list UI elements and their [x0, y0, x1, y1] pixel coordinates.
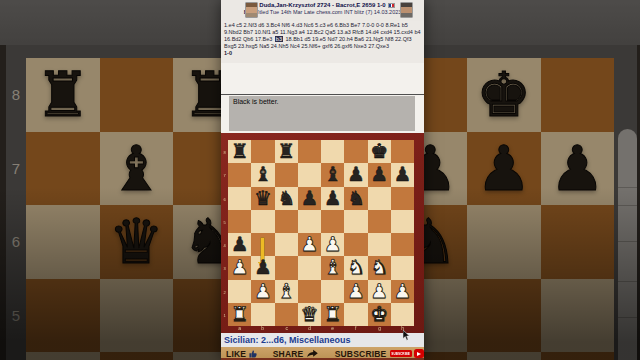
subscribe-button[interactable]: SUBSCRIBE — [390, 350, 412, 358]
square-d3[interactable] — [298, 256, 321, 279]
square-d6[interactable]: ♟ — [298, 187, 321, 210]
square-f8[interactable] — [344, 140, 367, 163]
square-b7[interactable]: ♝ — [251, 163, 274, 186]
square-e3[interactable]: ♝ — [321, 256, 344, 279]
evaluation-text: Black is better. — [229, 96, 415, 131]
chess-diagram-frame: ♜♜♚♝♝♟♟♟♛♞♟♟♞♟♟♟♟♟♝♞♞♟♝♟♟♟♜♛♜♚ 87654321 … — [221, 133, 424, 333]
file-label-a: a — [233, 326, 246, 332]
square-b5[interactable] — [251, 210, 274, 233]
square-h4[interactable] — [391, 233, 414, 256]
black-king: ♚ — [370, 140, 388, 163]
white-player-photo — [245, 2, 258, 18]
game-header: Duda,Jan-Krzysztof 2724 - Bacrot,E 2659 … — [221, 0, 424, 21]
white-bishop: ♝ — [277, 280, 295, 303]
square-a2[interactable] — [228, 280, 251, 303]
square-b3[interactable]: ♟ — [251, 256, 274, 279]
square-f6[interactable]: ♞ — [344, 187, 367, 210]
square-e4[interactable]: ♟ — [321, 233, 344, 256]
black-pawn: ♟ — [300, 187, 318, 210]
square-d2[interactable] — [298, 280, 321, 303]
white-knight: ♞ — [347, 256, 365, 279]
square-a7[interactable] — [228, 163, 251, 186]
black-pawn: ♟ — [370, 163, 388, 186]
square-a4[interactable]: ♟ — [228, 233, 251, 256]
square-g4[interactable] — [368, 233, 391, 256]
black-pawn: ♟ — [324, 187, 342, 210]
square-c2[interactable]: ♝ — [275, 280, 298, 303]
square-c8[interactable]: ♜ — [275, 140, 298, 163]
square-g3[interactable]: ♞ — [368, 256, 391, 279]
square-h7[interactable]: ♟ — [391, 163, 414, 186]
square-c3[interactable] — [275, 256, 298, 279]
rank-label-8: 8 — [223, 150, 227, 155]
square-e5[interactable] — [321, 210, 344, 233]
rank-label-6: 6 — [223, 197, 227, 202]
square-g8[interactable]: ♚ — [368, 140, 391, 163]
rank-label-1: 1 — [223, 313, 227, 318]
square-c7[interactable] — [275, 163, 298, 186]
chess-board[interactable]: ♜♜♚♝♝♟♟♟♛♞♟♟♞♟♟♟♟♟♝♞♞♟♝♟♟♟♜♛♜♚ — [228, 140, 414, 326]
square-a5[interactable] — [228, 210, 251, 233]
square-d8[interactable] — [298, 140, 321, 163]
notation-empty-area — [221, 63, 424, 94]
square-f1[interactable] — [344, 303, 367, 326]
file-label-c: c — [280, 326, 293, 332]
square-c5[interactable] — [275, 210, 298, 233]
square-g2[interactable]: ♟ — [368, 280, 391, 303]
evaluation-section: Black is better. — [221, 94, 424, 133]
white-pawn: ♟ — [254, 280, 272, 303]
rank-label-5: 5 — [223, 220, 227, 225]
mouse-cursor — [403, 330, 411, 341]
square-a1[interactable]: ♜ — [228, 303, 251, 326]
file-label-g: g — [373, 326, 386, 332]
notation-moves[interactable]: 1.e4 c5 2.Nf3 d6 3.Bc4 Nf6 4.d3 Nc6 5.c3… — [221, 21, 424, 63]
square-h3[interactable] — [391, 256, 414, 279]
rank-label-7: 7 — [223, 174, 227, 179]
square-g1[interactable]: ♚ — [368, 303, 391, 326]
square-g7[interactable]: ♟ — [368, 163, 391, 186]
square-d4[interactable]: ♟ — [298, 233, 321, 256]
black-rook: ♜ — [231, 140, 249, 163]
square-f5[interactable] — [344, 210, 367, 233]
square-g5[interactable] — [368, 210, 391, 233]
black-pawn: ♟ — [254, 256, 272, 279]
square-h1[interactable] — [391, 303, 414, 326]
square-f4[interactable] — [344, 233, 367, 256]
file-label-e: e — [326, 326, 339, 332]
black-knight: ♞ — [277, 187, 295, 210]
black-player-photo — [400, 2, 413, 18]
black-pawn: ♟ — [347, 163, 365, 186]
game-result: 1-0 — [224, 50, 422, 57]
rank-label-3: 3 — [223, 267, 227, 272]
square-h8[interactable] — [391, 140, 414, 163]
white-pawn: ♟ — [300, 233, 318, 256]
file-label-d: d — [303, 326, 316, 332]
square-a3[interactable]: ♟ — [228, 256, 251, 279]
square-c1[interactable] — [275, 303, 298, 326]
square-c4[interactable] — [275, 233, 298, 256]
square-a6[interactable] — [228, 187, 251, 210]
square-b2[interactable]: ♟ — [251, 280, 274, 303]
square-h5[interactable] — [391, 210, 414, 233]
white-king: ♚ — [370, 303, 388, 326]
opening-name: Sicilian: 2...d6, Miscellaneous — [221, 333, 424, 347]
square-g6[interactable] — [368, 187, 391, 210]
black-rook: ♜ — [277, 140, 295, 163]
square-b8[interactable] — [251, 140, 274, 163]
white-bishop: ♝ — [324, 256, 342, 279]
rank-label-4: 4 — [223, 243, 227, 248]
square-e6[interactable]: ♟ — [321, 187, 344, 210]
square-a8[interactable]: ♜ — [228, 140, 251, 163]
video-overlay-panel: Duda,Jan-Krzysztof 2724 - Bacrot,E 2659 … — [221, 0, 424, 360]
file-label-f: f — [349, 326, 362, 332]
square-d5[interactable] — [298, 210, 321, 233]
white-pawn: ♟ — [231, 256, 249, 279]
france-flag-icon — [388, 3, 395, 8]
square-h6[interactable] — [391, 187, 414, 210]
square-e1[interactable]: ♜ — [321, 303, 344, 326]
white-pawn: ♟ — [324, 233, 342, 256]
black-bishop: ♝ — [254, 163, 272, 186]
file-label-b: b — [256, 326, 269, 332]
white-knight: ♞ — [370, 256, 388, 279]
square-f7[interactable]: ♟ — [344, 163, 367, 186]
square-h2[interactable]: ♟ — [391, 280, 414, 303]
screenshot-stage: ♜♜♚♝♝♟♟♟♛♞♟♟♞♟♟♟ 8765 Duda,Jan-Krzysztof… — [0, 0, 640, 360]
square-b1[interactable] — [251, 303, 274, 326]
rank-label-2: 2 — [223, 290, 227, 295]
white-pawn: ♟ — [370, 280, 388, 303]
black-pawn: ♟ — [231, 233, 249, 256]
square-e8[interactable] — [321, 140, 344, 163]
square-c6[interactable]: ♞ — [275, 187, 298, 210]
square-f2[interactable]: ♟ — [344, 280, 367, 303]
square-e7[interactable]: ♝ — [321, 163, 344, 186]
white-pawn: ♟ — [393, 280, 411, 303]
square-d7[interactable] — [298, 163, 321, 186]
square-e2[interactable] — [321, 280, 344, 303]
white-pawn: ♟ — [347, 280, 365, 303]
current-move-highlight[interactable]: b3 — [275, 36, 283, 42]
white-rook: ♜ — [231, 303, 249, 326]
square-f3[interactable]: ♞ — [344, 256, 367, 279]
black-queen: ♛ — [254, 187, 272, 210]
square-d1[interactable]: ♛ — [298, 303, 321, 326]
white-queen: ♛ — [300, 303, 318, 326]
black-pawn: ♟ — [393, 163, 411, 186]
black-bishop: ♝ — [324, 163, 342, 186]
black-knight: ♞ — [347, 187, 365, 210]
white-rook: ♜ — [324, 303, 342, 326]
square-b6[interactable]: ♛ — [251, 187, 274, 210]
